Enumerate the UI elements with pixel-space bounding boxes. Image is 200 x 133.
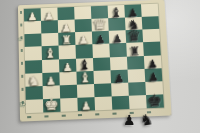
square-b6 — [41, 33, 58, 47]
square-c6: ♜ — [58, 32, 75, 46]
square-e6: ♟ — [92, 31, 109, 45]
square-e3 — [93, 70, 111, 84]
captured-black-knight: ♞ — [139, 112, 154, 129]
square-c8 — [57, 7, 74, 20]
white-king-b1: ♚ — [44, 97, 59, 114]
square-b8: ♟ — [41, 8, 58, 21]
square-e2 — [94, 83, 112, 97]
square-f1 — [112, 96, 130, 110]
black-king-h1: ♚ — [147, 92, 162, 109]
square-a5 — [25, 47, 42, 61]
square-b5: ♝ — [42, 46, 59, 60]
square-a3: ♞ — [25, 73, 42, 87]
square-g8: ♟ — [124, 4, 141, 17]
square-e5 — [92, 44, 109, 58]
square-e7: ♛ — [91, 18, 108, 31]
square-a1 — [26, 99, 44, 113]
square-d1: ♟ — [77, 97, 95, 111]
square-d3: ♝ — [76, 71, 94, 85]
square-b4 — [42, 59, 59, 73]
table-photo: ♟♟♝♟♟♛♞♜♟♟♟♛♝♜♟♝♟♞♟♝♟♟♚♟♚ ♔ ♔ ♟♞ — [0, 0, 200, 133]
white-pawn-d1: ♟ — [81, 100, 91, 112]
square-f6: ♟ — [109, 30, 126, 44]
captured-black-pawn: ♟ — [123, 113, 136, 127]
square-c7: ♟ — [58, 20, 75, 33]
square-b3: ♟ — [42, 72, 59, 86]
square-a8: ♟ — [24, 8, 41, 21]
square-g2 — [128, 82, 146, 96]
square-h2 — [145, 81, 163, 95]
square-h3: ♟ — [145, 68, 163, 82]
square-f5 — [109, 43, 127, 57]
square-h6 — [142, 29, 160, 43]
chess-board: ♟♟♝♟♟♛♞♜♟♟♟♛♝♜♟♝♟♞♟♝♟♟♚♟♚ ♔ ♔ — [18, 0, 172, 122]
square-c5 — [59, 45, 76, 59]
square-b1: ♚ — [43, 98, 61, 112]
square-h7 — [142, 16, 160, 29]
square-a7 — [24, 21, 41, 34]
square-d6: ♟ — [75, 32, 92, 46]
square-g6: ♛ — [126, 30, 144, 44]
square-d7 — [75, 19, 92, 32]
square-d2 — [77, 84, 95, 98]
board-logo-stamp-icon: ♔ — [18, 101, 26, 110]
square-a4 — [25, 60, 42, 74]
square-f2 — [111, 82, 129, 96]
square-e8 — [91, 6, 108, 19]
square-c1 — [60, 98, 78, 112]
square-c3 — [59, 71, 77, 85]
square-c4: ♟ — [59, 58, 76, 72]
square-d5 — [75, 45, 92, 59]
square-f4 — [110, 56, 128, 70]
square-d8 — [74, 6, 91, 19]
square-h5 — [143, 42, 161, 56]
square-g4 — [127, 56, 145, 70]
square-e1 — [95, 96, 113, 110]
board-margin-mark-icon: ♔ — [17, 36, 24, 42]
square-h8 — [141, 4, 158, 17]
square-f7 — [108, 18, 125, 31]
square-a6 — [24, 34, 41, 48]
square-e4 — [93, 57, 111, 71]
square-g7: ♞ — [125, 17, 142, 30]
square-h4: ♟ — [144, 55, 162, 69]
square-d4: ♝ — [76, 58, 94, 72]
square-f8: ♝ — [108, 5, 125, 18]
square-b7 — [41, 20, 58, 33]
square-g1 — [129, 95, 147, 109]
square-b2 — [43, 85, 61, 99]
square-h1: ♚ — [146, 94, 164, 108]
square-g5: ♜ — [126, 43, 144, 57]
square-a2 — [25, 86, 42, 100]
square-c2 — [60, 84, 78, 98]
board-grid: ♟♟♝♟♟♛♞♜♟♟♟♛♝♜♟♝♟♞♟♝♟♟♚♟♚ — [24, 4, 164, 113]
square-g3 — [128, 69, 146, 83]
square-f3: ♟ — [110, 69, 128, 83]
